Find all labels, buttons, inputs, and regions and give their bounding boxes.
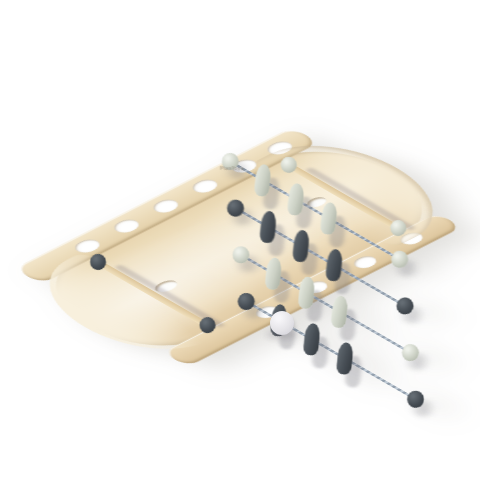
rod-handle-light[interactable] (232, 246, 249, 263)
rod-handle-dark[interactable] (227, 200, 244, 217)
rod-handle-dark[interactable] (396, 297, 413, 314)
player-figure-dark (259, 210, 277, 243)
rod-handle-dark[interactable] (407, 391, 424, 408)
player-figure-light (320, 202, 338, 235)
player-figure-light (264, 257, 282, 290)
rod-handle-dark[interactable] (238, 293, 255, 310)
player-figure-dark (336, 342, 354, 375)
rod-handle-light[interactable] (402, 344, 419, 361)
goal-bar-cap-dark (199, 317, 215, 333)
goal-bar-cap-dark (90, 254, 106, 270)
rod-2[interactable] (209, 194, 295, 241)
player-figure-light (330, 295, 348, 328)
foosball-board: PlanToys (20, 131, 459, 364)
rod-3[interactable] (214, 241, 300, 288)
player-figure-dark (303, 323, 321, 356)
player-figure-dark (325, 248, 343, 281)
player-figure-dark (292, 229, 310, 262)
product-photo-scene: PlanToys (0, 0, 480, 480)
player-figure-light (287, 183, 305, 216)
player-figure-light (297, 276, 315, 309)
player-figure-light (254, 164, 272, 197)
rail-oval-hole (263, 139, 297, 157)
rail-oval-hole (70, 237, 104, 255)
game-ball[interactable] (270, 311, 294, 335)
brand-stamp-text: PlanToys (220, 165, 244, 171)
rod-handle-light[interactable] (391, 251, 408, 268)
